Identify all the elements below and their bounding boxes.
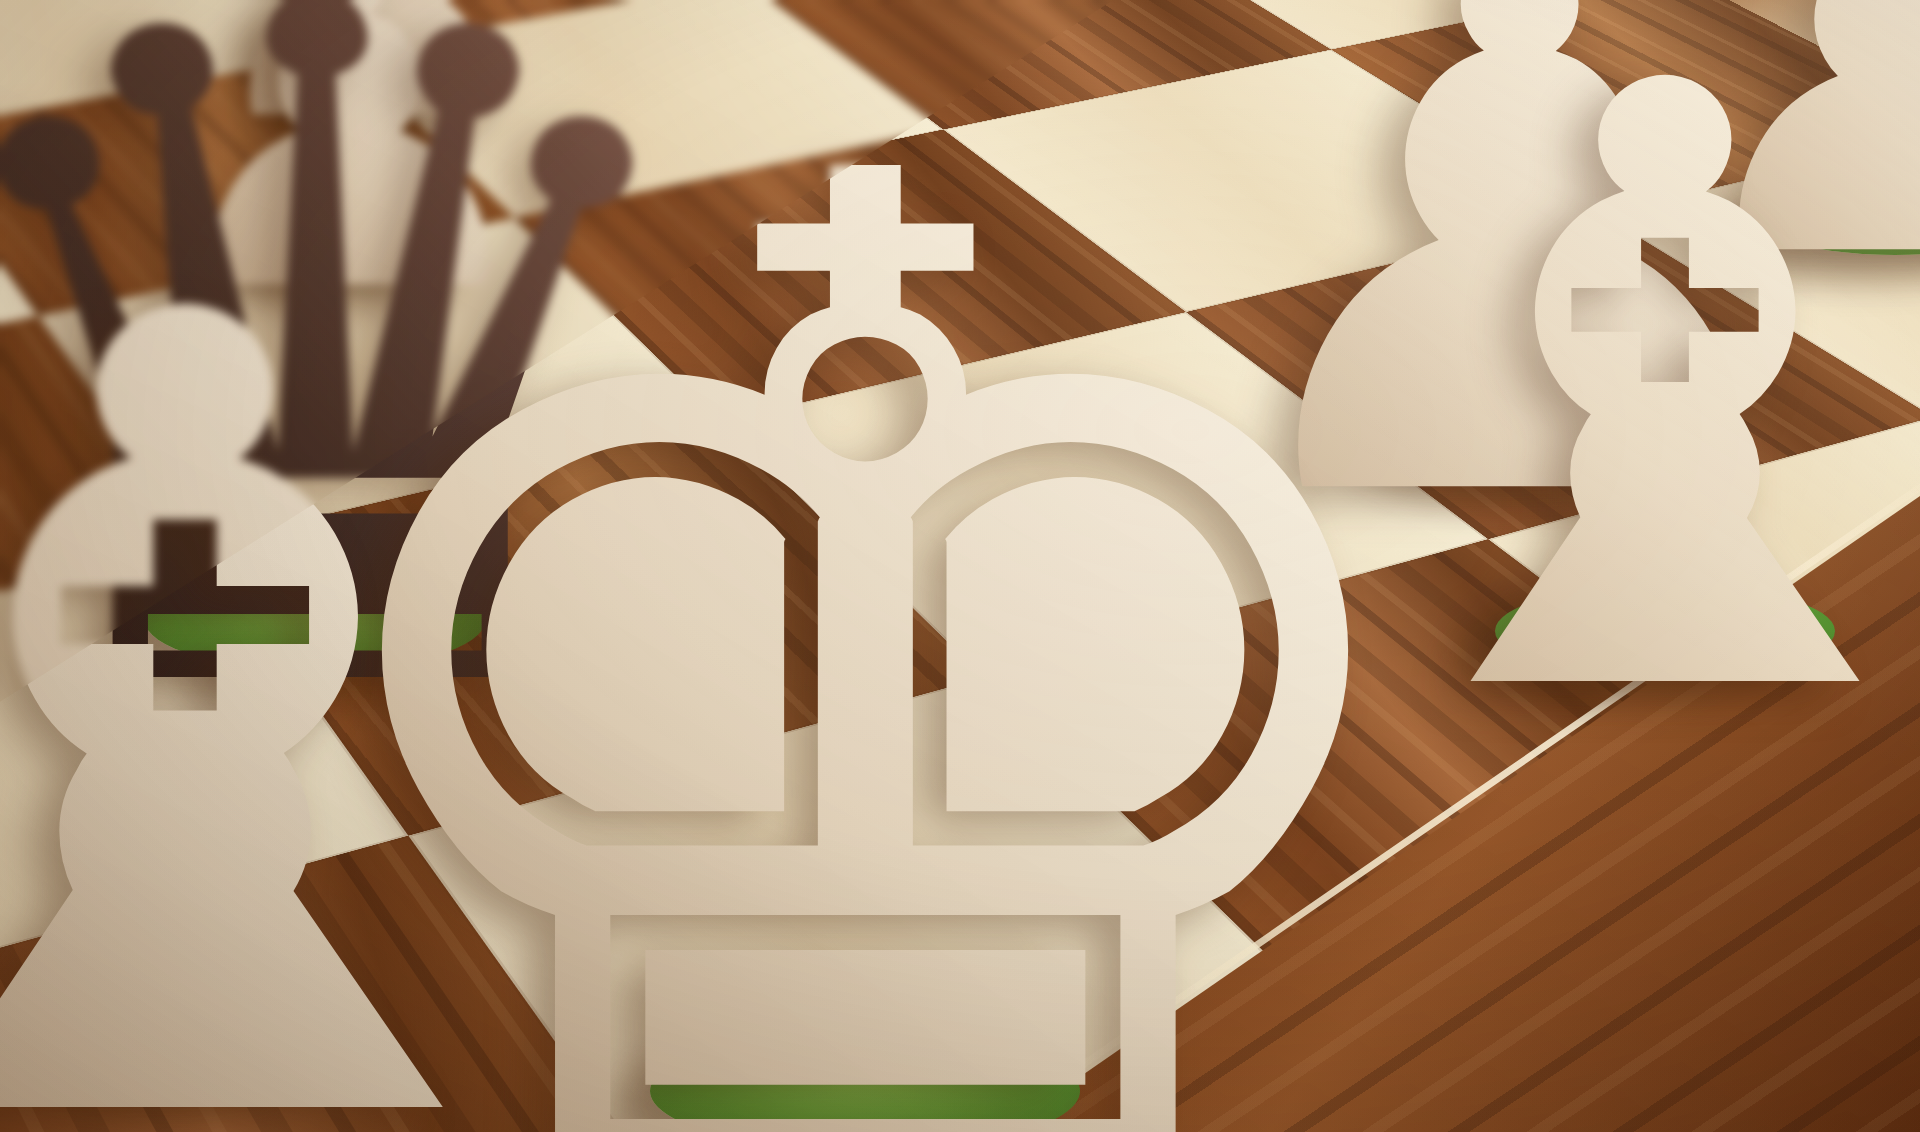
pieces-layer: ♟♟♟♛♟♝♚♝ [0, 0, 1920, 1132]
white-bishop-d3-piece: ♝ [0, 176, 678, 1132]
chessboard-photo-scene: ♟♟♟♛♟♝♚♝ [0, 0, 1920, 1132]
